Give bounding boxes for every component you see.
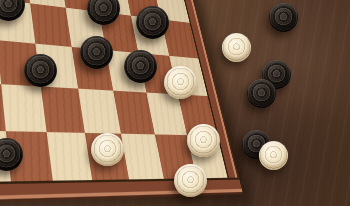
checker-piece-light[interactable] — [222, 33, 251, 62]
checker-piece-light[interactable] — [174, 164, 207, 197]
checker-piece-light[interactable] — [91, 133, 124, 166]
board-square[interactable] — [1, 84, 46, 132]
checker-piece-dark[interactable] — [80, 36, 113, 69]
board-square[interactable] — [30, 3, 71, 47]
checker-piece-light[interactable] — [259, 141, 288, 170]
checker-piece-dark[interactable] — [24, 54, 57, 87]
checker-piece-light[interactable] — [187, 124, 220, 157]
board-square[interactable] — [41, 86, 85, 132]
checker-piece-dark[interactable] — [247, 79, 276, 108]
checker-piece-light[interactable] — [164, 66, 197, 99]
checker-piece-dark[interactable] — [124, 50, 157, 83]
checkers-scene — [0, 0, 350, 206]
checker-piece-dark[interactable] — [269, 3, 298, 32]
board-square[interactable] — [47, 132, 93, 181]
checker-piece-dark[interactable] — [136, 6, 169, 39]
